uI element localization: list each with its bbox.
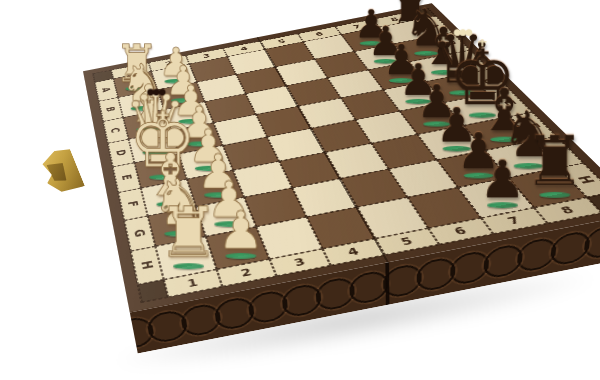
square-h2: ♟ <box>206 227 270 270</box>
chess-board: 12345678A♜♟♟♜AB♞♟♟♞BC♝♟♟♝CD♛♟♟♛DE♚♟♟♚EF♝… <box>83 3 600 312</box>
front-rank-label-1: 1 <box>164 269 223 297</box>
perspective-scene: 12345678A♜♟♟♜AB♞♟♟♞BC♝♟♟♝CD♛♟♟♛DE♚♟♟♚EF♝… <box>0 0 600 380</box>
chess-set-photo: 12345678A♜♟♟♜AB♞♟♟♞BC♝♟♟♝CD♛♟♟♛DE♚♟♟♚EF♝… <box>0 0 600 380</box>
white-pawn-h2: ♟ <box>198 205 283 257</box>
black-rook-h8: ♜ <box>512 127 597 196</box>
frame-corner <box>138 280 168 303</box>
